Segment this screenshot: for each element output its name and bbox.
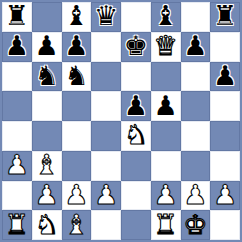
white-pawn-icon[interactable]: ♟: [183, 181, 207, 208]
square-h6[interactable]: ♟: [210, 62, 240, 92]
chess-board: ♜♝♛♝♜♟♟♟♚♛♟♞♞♟♟♟♞♟♝♟♟♟♟♟♟♜♞♝♜♚: [0, 0, 242, 242]
black-knight-icon[interactable]: ♞: [64, 62, 88, 89]
black-pawn-icon[interactable]: ♟: [35, 32, 59, 59]
square-f1[interactable]: ♜: [151, 210, 181, 240]
white-knight-icon[interactable]: ♞: [124, 121, 148, 148]
square-e8[interactable]: [121, 2, 151, 32]
square-f8[interactable]: ♝: [151, 2, 181, 32]
square-h2[interactable]: ♟: [210, 181, 240, 211]
square-f7[interactable]: ♛: [151, 32, 181, 62]
square-d4[interactable]: [91, 121, 121, 151]
square-b2[interactable]: ♟: [32, 181, 62, 211]
black-pawn-icon[interactable]: ♟: [183, 32, 207, 59]
square-c8[interactable]: ♝: [62, 2, 92, 32]
square-g4[interactable]: [181, 121, 211, 151]
square-g1[interactable]: ♚: [181, 210, 211, 240]
white-pawn-icon[interactable]: ♟: [35, 181, 59, 208]
square-f4[interactable]: [151, 121, 181, 151]
white-rook-icon[interactable]: ♜: [154, 211, 178, 238]
square-d3[interactable]: [91, 151, 121, 181]
square-d7[interactable]: [91, 32, 121, 62]
square-c6[interactable]: ♞: [62, 62, 92, 92]
square-c2[interactable]: ♟: [62, 181, 92, 211]
square-b3[interactable]: ♝: [32, 151, 62, 181]
square-c3[interactable]: [62, 151, 92, 181]
black-queen-icon[interactable]: ♛: [94, 2, 118, 29]
square-b7[interactable]: ♟: [32, 32, 62, 62]
square-g6[interactable]: [181, 62, 211, 92]
white-pawn-icon[interactable]: ♟: [154, 181, 178, 208]
black-pawn-icon[interactable]: ♟: [154, 92, 178, 119]
black-bishop-icon[interactable]: ♝: [64, 2, 88, 29]
square-a5[interactable]: [2, 91, 32, 121]
square-f6[interactable]: [151, 62, 181, 92]
white-pawn-icon[interactable]: ♟: [5, 151, 29, 178]
square-e4[interactable]: ♞: [121, 121, 151, 151]
black-pawn-icon[interactable]: ♟: [124, 92, 148, 119]
square-b4[interactable]: [32, 121, 62, 151]
square-g3[interactable]: [181, 151, 211, 181]
square-e1[interactable]: [121, 210, 151, 240]
square-h5[interactable]: [210, 91, 240, 121]
square-f3[interactable]: [151, 151, 181, 181]
square-h7[interactable]: [210, 32, 240, 62]
black-king-icon[interactable]: ♚: [124, 32, 148, 59]
square-c7[interactable]: ♟: [62, 32, 92, 62]
square-g8[interactable]: [181, 2, 211, 32]
square-a4[interactable]: [2, 121, 32, 151]
black-pawn-icon[interactable]: ♟: [5, 32, 29, 59]
square-c5[interactable]: [62, 91, 92, 121]
square-b1[interactable]: ♞: [32, 210, 62, 240]
chess-board-container: ♜♝♛♝♜♟♟♟♚♛♟♞♞♟♟♟♞♟♝♟♟♟♟♟♟♜♞♝♜♚: [0, 0, 242, 242]
square-d1[interactable]: [91, 210, 121, 240]
square-d2[interactable]: ♟: [91, 181, 121, 211]
square-c4[interactable]: [62, 121, 92, 151]
square-a3[interactable]: ♟: [2, 151, 32, 181]
white-king-icon[interactable]: ♚: [183, 211, 207, 238]
black-rook-icon[interactable]: ♜: [213, 2, 237, 29]
white-bishop-icon[interactable]: ♝: [35, 151, 59, 178]
square-a7[interactable]: ♟: [2, 32, 32, 62]
square-a6[interactable]: [2, 62, 32, 92]
square-h4[interactable]: [210, 121, 240, 151]
white-queen-icon[interactable]: ♛: [154, 32, 178, 59]
black-bishop-icon[interactable]: ♝: [154, 2, 178, 29]
square-d8[interactable]: ♛: [91, 2, 121, 32]
square-e2[interactable]: [121, 181, 151, 211]
square-f5[interactable]: ♟: [151, 91, 181, 121]
square-e7[interactable]: ♚: [121, 32, 151, 62]
white-pawn-icon[interactable]: ♟: [213, 181, 237, 208]
white-pawn-icon[interactable]: ♟: [94, 181, 118, 208]
white-pawn-icon[interactable]: ♟: [64, 181, 88, 208]
square-g2[interactable]: ♟: [181, 181, 211, 211]
square-a8[interactable]: ♜: [2, 2, 32, 32]
black-knight-icon[interactable]: ♞: [35, 62, 59, 89]
black-rook-icon[interactable]: ♜: [5, 2, 29, 29]
square-e6[interactable]: [121, 62, 151, 92]
square-b6[interactable]: ♞: [32, 62, 62, 92]
square-a1[interactable]: ♜: [2, 210, 32, 240]
square-h8[interactable]: ♜: [210, 2, 240, 32]
white-bishop-icon[interactable]: ♝: [64, 211, 88, 238]
square-b8[interactable]: [32, 2, 62, 32]
black-pawn-icon[interactable]: ♟: [64, 32, 88, 59]
square-d5[interactable]: [91, 91, 121, 121]
square-h1[interactable]: [210, 210, 240, 240]
square-f2[interactable]: ♟: [151, 181, 181, 211]
white-rook-icon[interactable]: ♜: [5, 211, 29, 238]
white-knight-icon[interactable]: ♞: [35, 211, 59, 238]
square-d6[interactable]: [91, 62, 121, 92]
square-a2[interactable]: [2, 181, 32, 211]
square-h3[interactable]: [210, 151, 240, 181]
square-g5[interactable]: [181, 91, 211, 121]
square-c1[interactable]: ♝: [62, 210, 92, 240]
black-pawn-icon[interactable]: ♟: [213, 62, 237, 89]
square-e5[interactable]: ♟: [121, 91, 151, 121]
square-b5[interactable]: [32, 91, 62, 121]
square-e3[interactable]: [121, 151, 151, 181]
square-g7[interactable]: ♟: [181, 32, 211, 62]
